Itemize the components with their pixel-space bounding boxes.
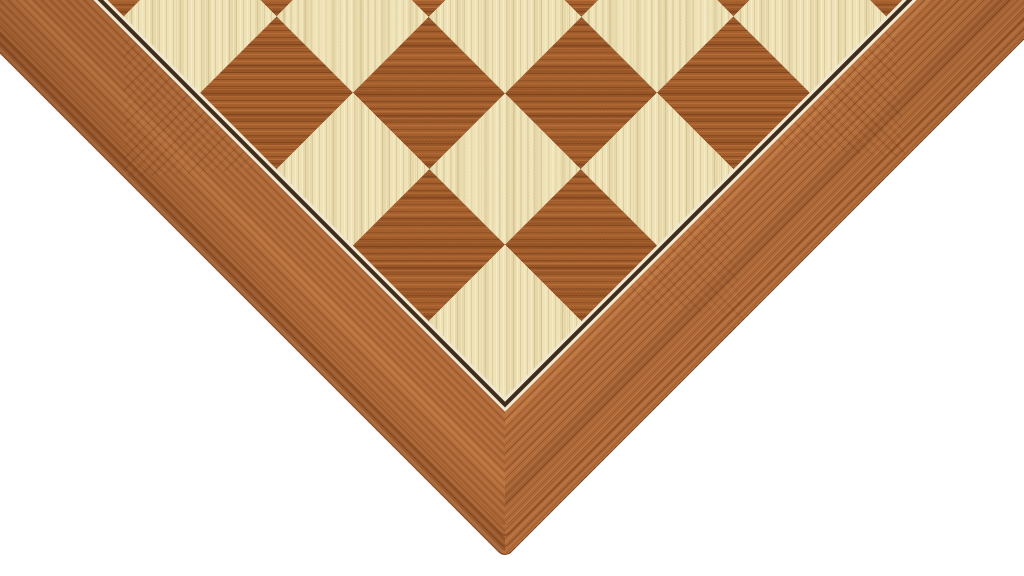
product-photo-canvas — [0, 0, 1024, 576]
chessboard — [0, 0, 1024, 559]
